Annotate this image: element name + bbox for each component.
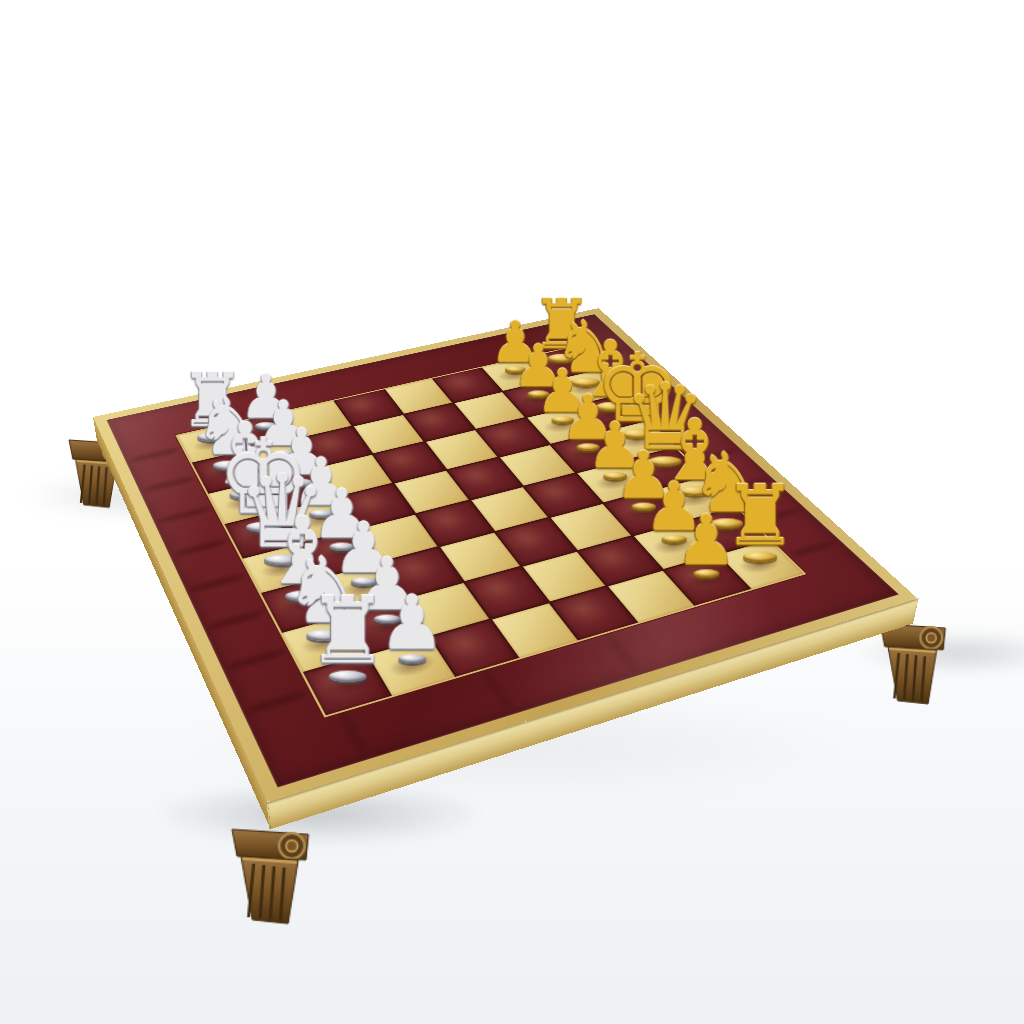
rook-glyph: ♜ xyxy=(306,589,388,673)
pawn-glyph: ♟ xyxy=(675,509,737,572)
chess-set-scene: ♜♜♞♞♝♝♛♛♚♚♝♝♞♞♜♜♟♟♟♟♟♟♟♟♟♟♟♟♟♟♟♟♟♟♟♟♟♟♟♟… xyxy=(93,308,918,802)
ionic-foot-icon xyxy=(228,826,312,928)
ionic-foot-icon xyxy=(877,621,948,708)
piece-figure: ♜♜ xyxy=(306,589,388,682)
piece-figure: ♟♟ xyxy=(675,509,737,578)
